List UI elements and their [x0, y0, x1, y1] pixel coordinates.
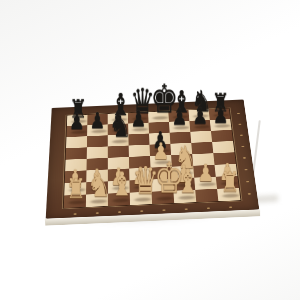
piece-white-pawn-g2: ♟: [197, 161, 214, 185]
square-h5: [212, 141, 234, 153]
square-a5: [66, 147, 87, 159]
piece-white-knight-b1: ♞: [88, 170, 106, 202]
piece-white-bishop-c1: ♝: [110, 168, 128, 201]
square-d5: [129, 145, 150, 157]
rank-mark-5: [241, 146, 243, 147]
perspective-scene: ♜♝♛♚♝♞♜♟♟♟♟♟♟♟♞♟♟♞♟♟♟♟♟♟♟♜♞♝♛♚♝♜: [44, 50, 255, 261]
piece-white-king-e1: ♚: [154, 157, 172, 199]
product-photo: ♜♝♛♚♝♞♜♟♟♟♟♟♟♟♞♟♟♞♟♟♟♟♟♟♟♜♞♝♛♚♝♜: [0, 0, 300, 300]
rank-mark-6: [240, 135, 242, 136]
square-c5: [108, 146, 129, 158]
piece-white-bishop-f1: ♝: [176, 165, 194, 198]
chess-board: ♜♝♛♚♝♞♜♟♟♟♟♟♟♟♞♟♟♞♟♟♟♟♟♟♟♜♞♝♛♚♝♜: [46, 100, 260, 219]
piece-white-rook-h1: ♜: [220, 169, 238, 197]
piece-white-queen-d1: ♛: [132, 162, 150, 200]
square-b6: [87, 135, 108, 147]
board-tilt-wrapper: ♜♝♛♚♝♞♜♟♟♟♟♟♟♟♞♟♟♞♟♟♟♟♟♟♟♜♞♝♛♚♝♜: [44, 50, 255, 261]
rank-mark-7: [239, 124, 241, 125]
rank-mark-8: [237, 113, 239, 114]
piece-white-rook-a1: ♜: [66, 175, 84, 203]
square-b5: [87, 146, 108, 158]
